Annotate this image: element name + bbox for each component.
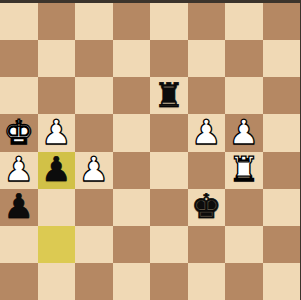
square-d8[interactable] xyxy=(150,263,188,300)
square-g8[interactable] xyxy=(38,263,76,300)
white-pawn[interactable]: ♟ xyxy=(229,115,259,149)
square-c5[interactable] xyxy=(188,152,226,189)
square-b1[interactable] xyxy=(225,3,263,40)
square-h6[interactable]: ♟ xyxy=(0,189,38,226)
square-f4[interactable] xyxy=(75,114,113,151)
square-g1[interactable] xyxy=(38,3,76,40)
square-e3[interactable] xyxy=(113,77,151,114)
square-h5[interactable]: ♟ xyxy=(0,152,38,189)
board-frame: ♜♚♟♟♟♟♟♟♜♟♚ xyxy=(0,0,300,300)
square-g3[interactable] xyxy=(38,77,76,114)
square-e6[interactable] xyxy=(113,189,151,226)
square-c4[interactable]: ♟ xyxy=(188,114,226,151)
square-f3[interactable] xyxy=(75,77,113,114)
black-king[interactable]: ♚ xyxy=(191,189,221,223)
square-e8[interactable] xyxy=(113,263,151,300)
square-c3[interactable] xyxy=(188,77,226,114)
square-b4[interactable]: ♟ xyxy=(225,114,263,151)
square-c7[interactable] xyxy=(188,226,226,263)
white-pawn[interactable]: ♟ xyxy=(79,152,109,186)
white-rook[interactable]: ♜ xyxy=(229,152,259,186)
square-f2[interactable] xyxy=(75,40,113,77)
square-d5[interactable] xyxy=(150,152,188,189)
square-d1[interactable] xyxy=(150,3,188,40)
square-a8[interactable] xyxy=(263,263,301,300)
black-pawn[interactable]: ♟ xyxy=(4,189,34,223)
square-f7[interactable] xyxy=(75,226,113,263)
white-pawn[interactable]: ♟ xyxy=(41,115,71,149)
square-c2[interactable] xyxy=(188,40,226,77)
square-e5[interactable] xyxy=(113,152,151,189)
square-g5[interactable]: ♟ xyxy=(38,152,76,189)
square-h3[interactable] xyxy=(0,77,38,114)
square-c1[interactable] xyxy=(188,3,226,40)
square-d6[interactable] xyxy=(150,189,188,226)
square-e4[interactable] xyxy=(113,114,151,151)
square-a5[interactable] xyxy=(263,152,301,189)
square-b8[interactable] xyxy=(225,263,263,300)
square-f6[interactable] xyxy=(75,189,113,226)
square-h1[interactable] xyxy=(0,3,38,40)
white-pawn[interactable]: ♟ xyxy=(4,152,34,186)
black-rook[interactable]: ♜ xyxy=(154,78,184,112)
square-h2[interactable] xyxy=(0,40,38,77)
square-a2[interactable] xyxy=(263,40,301,77)
square-d7[interactable] xyxy=(150,226,188,263)
square-b6[interactable] xyxy=(225,189,263,226)
white-king[interactable]: ♚ xyxy=(4,115,34,149)
square-b7[interactable] xyxy=(225,226,263,263)
chess-board: ♜♚♟♟♟♟♟♟♜♟♚ xyxy=(0,3,300,300)
square-a6[interactable] xyxy=(263,189,301,226)
square-c6[interactable]: ♚ xyxy=(188,189,226,226)
square-h7[interactable] xyxy=(0,226,38,263)
square-a4[interactable] xyxy=(263,114,301,151)
square-a3[interactable] xyxy=(263,77,301,114)
square-g2[interactable] xyxy=(38,40,76,77)
square-g7[interactable] xyxy=(38,226,76,263)
square-d3[interactable]: ♜ xyxy=(150,77,188,114)
square-b5[interactable]: ♜ xyxy=(225,152,263,189)
square-d4[interactable] xyxy=(150,114,188,151)
square-h8[interactable] xyxy=(0,263,38,300)
square-a1[interactable] xyxy=(263,3,301,40)
square-c8[interactable] xyxy=(188,263,226,300)
square-b2[interactable] xyxy=(225,40,263,77)
square-h4[interactable]: ♚ xyxy=(0,114,38,151)
square-g4[interactable]: ♟ xyxy=(38,114,76,151)
square-d2[interactable] xyxy=(150,40,188,77)
square-f1[interactable] xyxy=(75,3,113,40)
square-e1[interactable] xyxy=(113,3,151,40)
square-g6[interactable] xyxy=(38,189,76,226)
square-f5[interactable]: ♟ xyxy=(75,152,113,189)
square-f8[interactable] xyxy=(75,263,113,300)
white-pawn[interactable]: ♟ xyxy=(191,115,221,149)
square-a7[interactable] xyxy=(263,226,301,263)
square-b3[interactable] xyxy=(225,77,263,114)
square-e2[interactable] xyxy=(113,40,151,77)
black-pawn[interactable]: ♟ xyxy=(41,152,71,186)
square-e7[interactable] xyxy=(113,226,151,263)
